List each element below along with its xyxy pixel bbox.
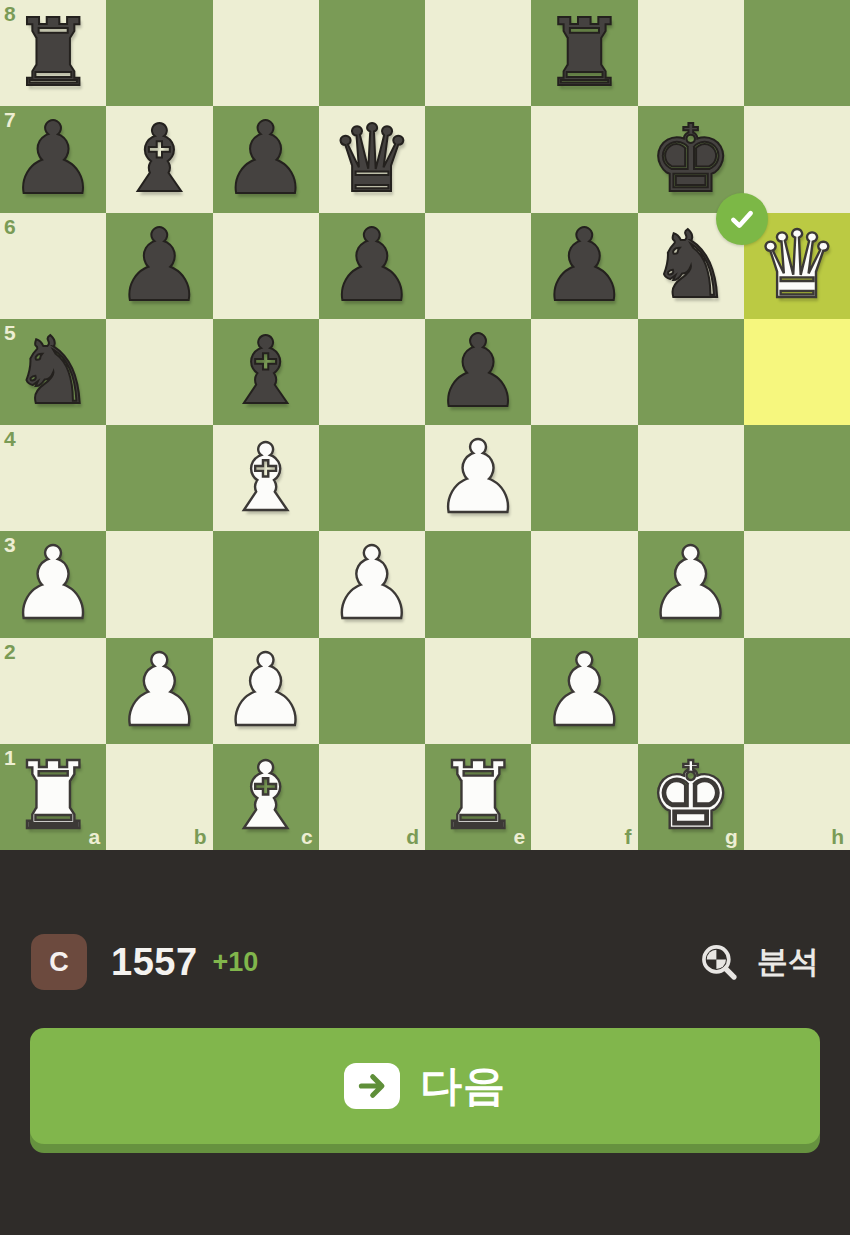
black-bishop-c5[interactable]: ♝ [213,319,319,425]
white-pawn-g3[interactable]: ♟ [638,531,744,637]
rating-group: 1557 +10 [111,941,258,984]
rating-delta: +10 [213,947,259,978]
square-g3[interactable]: ♟ [638,531,744,637]
square-g4[interactable] [638,425,744,531]
black-queen-d7[interactable]: ♛ [319,106,425,212]
puzzle-screen: 8♜♜7♟♝♟♛♚6♟♟♟♞♛ 5♞♝♟4♝♟3♟♟♟2♟♟♟1a♜bc♝de♜… [0,0,850,1235]
square-c2[interactable]: ♟ [213,638,319,744]
analysis-label: 분석 [757,941,819,983]
puzzle-status-bar: C 1557 +10 분석 [0,934,850,990]
next-button-label: 다음 [420,1058,506,1114]
square-c8[interactable] [213,0,319,106]
black-pawn-c7[interactable]: ♟ [213,106,319,212]
square-a6[interactable]: 6 [0,213,106,319]
square-a5[interactable]: 5♞ [0,319,106,425]
square-e6[interactable] [425,213,531,319]
white-bishop-c4[interactable]: ♝ [213,425,319,531]
analysis-button[interactable]: 분석 [698,941,819,983]
square-c1[interactable]: c♝ [213,744,319,850]
square-e2[interactable] [425,638,531,744]
square-b4[interactable] [106,425,212,531]
correct-move-check-icon [716,193,768,245]
square-g8[interactable] [638,0,744,106]
black-pawn-a7[interactable]: ♟ [0,106,106,212]
square-d1[interactable]: d [319,744,425,850]
coord-file-e: e [514,825,526,849]
square-f7[interactable] [531,106,637,212]
square-d8[interactable] [319,0,425,106]
square-d4[interactable] [319,425,425,531]
black-rook-f8[interactable]: ♜ [531,0,637,106]
black-pawn-b6[interactable]: ♟ [106,213,212,319]
white-pawn-c2[interactable]: ♟ [213,638,319,744]
square-c7[interactable]: ♟ [213,106,319,212]
square-b6[interactable]: ♟ [106,213,212,319]
coord-file-d: d [406,825,419,849]
coord-rank-1: 1 [4,746,16,770]
white-pawn-a3[interactable]: ♟ [0,531,106,637]
black-pawn-e5[interactable]: ♟ [425,319,531,425]
next-button[interactable]: 다음 [30,1028,820,1144]
square-c4[interactable]: ♝ [213,425,319,531]
square-f5[interactable] [531,319,637,425]
square-a7[interactable]: 7♟ [0,106,106,212]
square-d3[interactable]: ♟ [319,531,425,637]
square-e8[interactable] [425,0,531,106]
square-h2[interactable] [744,638,850,744]
square-c6[interactable] [213,213,319,319]
square-f1[interactable]: f [531,744,637,850]
square-b5[interactable] [106,319,212,425]
square-d2[interactable] [319,638,425,744]
analysis-magnifier-icon [698,941,740,983]
square-a3[interactable]: 3♟ [0,531,106,637]
white-pawn-f2[interactable]: ♟ [531,638,637,744]
coord-rank-4: 4 [4,427,16,451]
coord-file-c: c [301,825,313,849]
square-f3[interactable] [531,531,637,637]
square-a2[interactable]: 2 [0,638,106,744]
square-a1[interactable]: 1a♜ [0,744,106,850]
square-e1[interactable]: e♜ [425,744,531,850]
coord-rank-6: 6 [4,215,16,239]
square-a8[interactable]: 8♜ [0,0,106,106]
square-g1[interactable]: g♚ [638,744,744,850]
coord-file-b: b [194,825,207,849]
avatar-letter: C [49,947,69,978]
square-f8[interactable]: ♜ [531,0,637,106]
black-bishop-b7[interactable]: ♝ [106,106,212,212]
coord-rank-7: 7 [4,108,16,132]
coord-file-a: a [89,825,101,849]
coord-rank-3: 3 [4,533,16,557]
square-a4[interactable]: 4 [0,425,106,531]
coord-file-h: h [831,825,844,849]
square-f6[interactable]: ♟ [531,213,637,319]
square-g5[interactable] [638,319,744,425]
square-d7[interactable]: ♛ [319,106,425,212]
square-b8[interactable] [106,0,212,106]
square-e4[interactable]: ♟ [425,425,531,531]
bottom-panel: C 1557 +10 분석 [0,850,850,1235]
square-b1[interactable]: b [106,744,212,850]
square-h6[interactable]: ♛ [744,213,850,319]
coord-rank-2: 2 [4,640,16,664]
square-c5[interactable]: ♝ [213,319,319,425]
square-d5[interactable] [319,319,425,425]
chess-board: 8♜♜7♟♝♟♛♚6♟♟♟♞♛ 5♞♝♟4♝♟3♟♟♟2♟♟♟1a♜bc♝de♜… [0,0,850,850]
square-d6[interactable]: ♟ [319,213,425,319]
square-e7[interactable] [425,106,531,212]
square-e3[interactable] [425,531,531,637]
square-g2[interactable] [638,638,744,744]
square-f4[interactable] [531,425,637,531]
square-b2[interactable]: ♟ [106,638,212,744]
white-pawn-b2[interactable]: ♟ [106,638,212,744]
square-f2[interactable]: ♟ [531,638,637,744]
black-pawn-d6[interactable]: ♟ [319,213,425,319]
square-b3[interactable] [106,531,212,637]
square-h3[interactable] [744,531,850,637]
coord-rank-5: 5 [4,321,16,345]
puzzle-rating: 1557 [111,941,198,984]
square-c3[interactable] [213,531,319,637]
player-rating-group: C 1557 +10 [31,934,258,990]
square-h8[interactable] [744,0,850,106]
square-h4[interactable] [744,425,850,531]
square-h5[interactable] [744,319,850,425]
white-pawn-d3[interactable]: ♟ [319,531,425,637]
square-b7[interactable]: ♝ [106,106,212,212]
white-pawn-e4[interactable]: ♟ [425,425,531,531]
square-e5[interactable]: ♟ [425,319,531,425]
avatar[interactable]: C [31,934,87,990]
square-h1[interactable]: h [744,744,850,850]
square-h7[interactable] [744,106,850,212]
coord-file-g: g [725,825,738,849]
black-pawn-f6[interactable]: ♟ [531,213,637,319]
arrow-right-icon [344,1063,400,1109]
coord-file-f: f [625,825,632,849]
coord-rank-8: 8 [4,2,16,26]
